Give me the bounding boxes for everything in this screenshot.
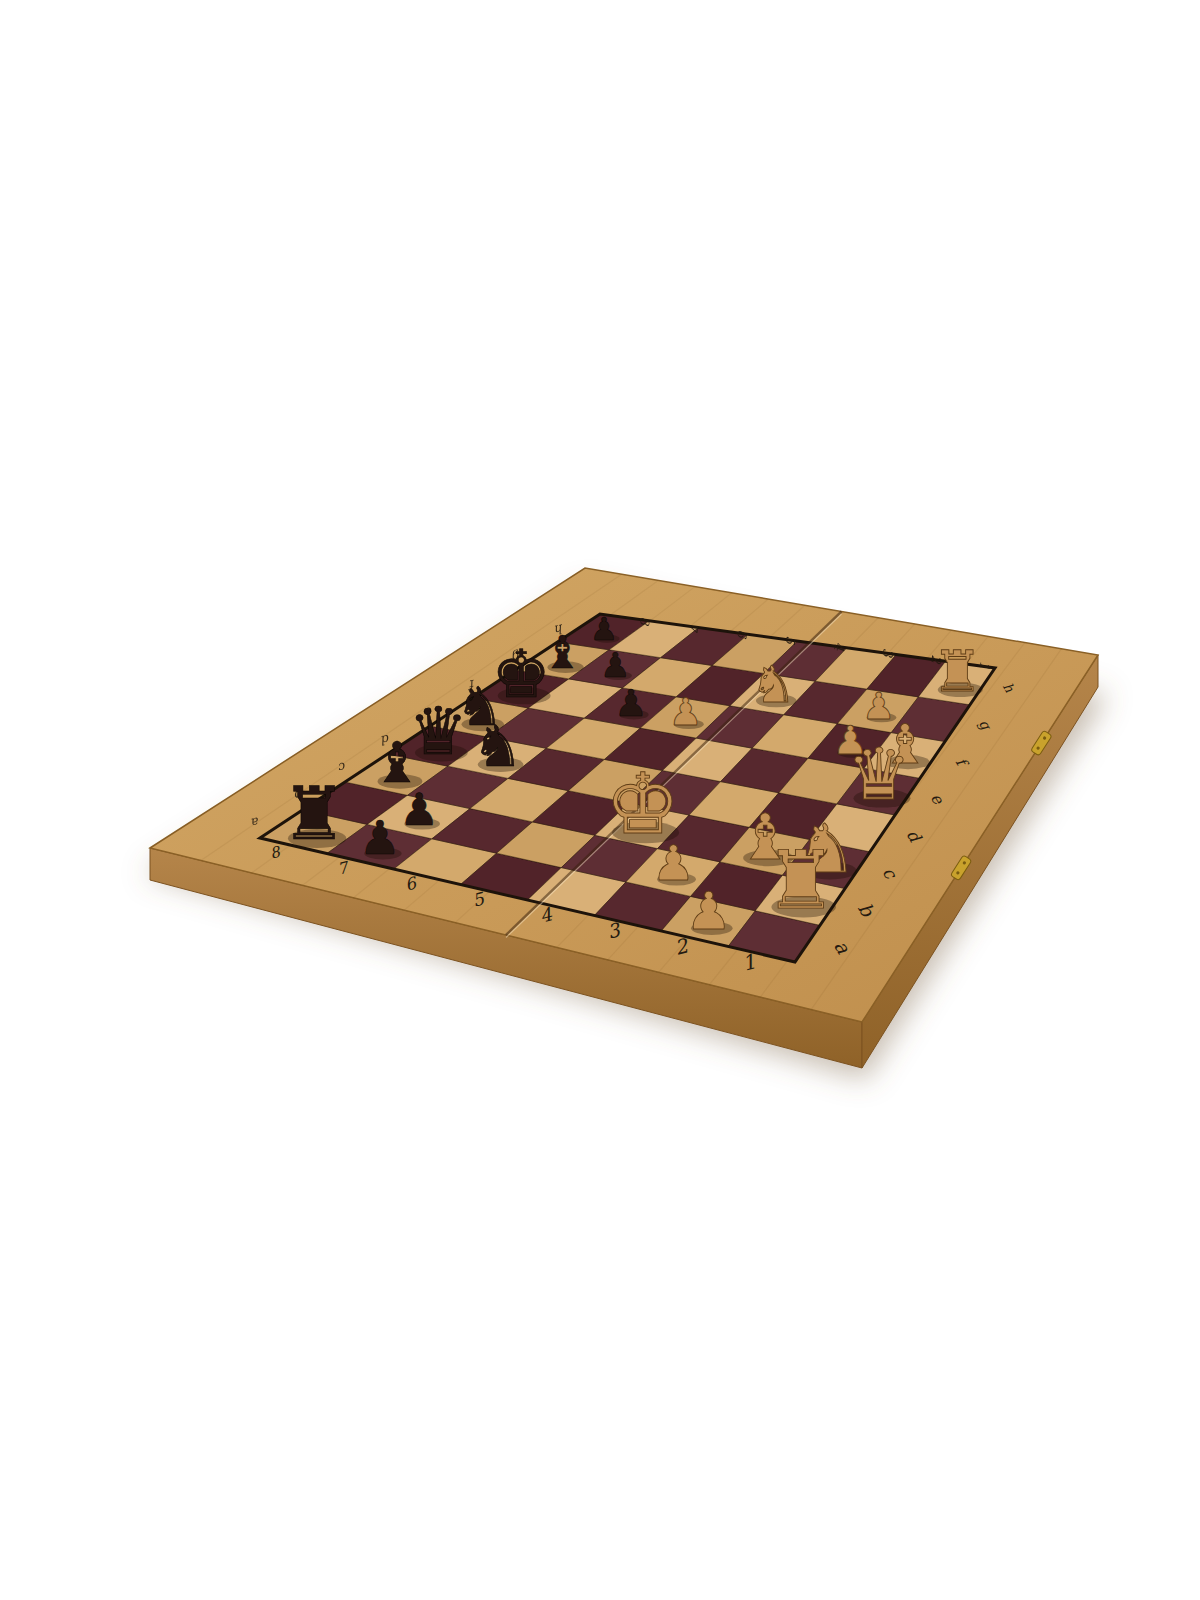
piece-white-pawn-f5[interactable]: ♟ (669, 690, 703, 734)
chess-set-photo: abcdefgh8765432187654321abcdefgh♟♝♟♜♚♞♟♟… (0, 0, 1200, 1600)
piece-white-knight-g4[interactable]: ♞ (751, 655, 796, 714)
piece-black-knight-d7[interactable]: ♞ (472, 713, 523, 779)
product-photo-page: abcdefgh8765432187654321abcdefgh♟♝♟♜♚♞♟♟… (0, 0, 1200, 1600)
piece-white-rook-h1[interactable]: ♜ (932, 639, 982, 704)
piece-black-pawn-f6[interactable]: ♟ (614, 682, 647, 725)
piece-black-pawn-h8[interactable]: ♟ (590, 611, 618, 647)
piece-black-rook-a8[interactable]: ♜ (281, 771, 346, 856)
piece-black-pawn-g7[interactable]: ♟ (600, 645, 631, 685)
piece-black-pawn-a7[interactable]: ♟ (359, 811, 401, 865)
chess-board: abcdefgh8765432187654321abcdefgh♟♝♟♜♚♞♟♟… (0, 0, 1200, 1600)
piece-white-pawn-a2[interactable]: ♟ (686, 881, 733, 941)
piece-white-rook-b1[interactable]: ♜ (765, 833, 837, 927)
piece-black-pawn-b7[interactable]: ♟ (399, 784, 439, 835)
piece-white-queen-e1[interactable]: ♛ (847, 733, 911, 816)
